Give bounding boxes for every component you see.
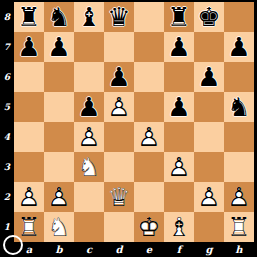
rank-label-8: 8	[0, 2, 14, 32]
black-queen-d8: ♛	[104, 2, 134, 32]
square-c8[interactable]: ♝	[74, 2, 104, 32]
square-c1[interactable]	[74, 212, 104, 242]
white-pawn-b2: ♟♙	[44, 182, 74, 212]
white-pawn-e4: ♟♙	[134, 122, 164, 152]
white-pawn-h2: ♟♙	[224, 182, 254, 212]
square-g8[interactable]: ♚	[194, 2, 224, 32]
square-d6[interactable]: ♟	[104, 62, 134, 92]
square-h3[interactable]	[224, 152, 254, 182]
rank-label-6: 6	[0, 62, 14, 92]
square-f3[interactable]: ♟♙	[164, 152, 194, 182]
square-f5[interactable]: ♟	[164, 92, 194, 122]
white-bishop-f1: ♝♗	[164, 212, 194, 242]
white-knight-c3: ♞♘	[74, 152, 104, 182]
square-g2[interactable]: ♟♙	[194, 182, 224, 212]
black-rook-a8: ♜	[14, 2, 44, 32]
square-h2[interactable]: ♟♙	[224, 182, 254, 212]
white-king-e1: ♚♔	[134, 212, 164, 242]
white-to-move-indicator	[3, 235, 23, 255]
square-b4[interactable]	[44, 122, 74, 152]
square-d5[interactable]: ♟♙	[104, 92, 134, 122]
file-labels: abcdefgh	[14, 242, 254, 257]
file-label-d: d	[104, 242, 134, 257]
file-label-h: h	[224, 242, 254, 257]
black-bishop-c8: ♝	[74, 2, 104, 32]
square-f8[interactable]: ♜	[164, 2, 194, 32]
white-pawn-d5: ♟♙	[104, 92, 134, 122]
square-h4[interactable]	[224, 122, 254, 152]
white-knight-b1: ♞♘	[44, 212, 74, 242]
rank-label-4: 4	[0, 122, 14, 152]
square-a5[interactable]	[14, 92, 44, 122]
square-a3[interactable]	[14, 152, 44, 182]
black-pawn-d6: ♟	[104, 62, 134, 92]
square-d1[interactable]	[104, 212, 134, 242]
file-label-b: b	[44, 242, 74, 257]
square-e4[interactable]: ♟♙	[134, 122, 164, 152]
rank-label-5: 5	[0, 92, 14, 122]
square-b8[interactable]: ♞	[44, 2, 74, 32]
square-g7[interactable]	[194, 32, 224, 62]
square-f4[interactable]	[164, 122, 194, 152]
square-f2[interactable]	[164, 182, 194, 212]
white-pawn-a2: ♟♙	[14, 182, 44, 212]
black-pawn-a7: ♟	[14, 32, 44, 62]
black-pawn-g6: ♟	[194, 62, 224, 92]
square-f6[interactable]	[164, 62, 194, 92]
square-a2[interactable]: ♟♙	[14, 182, 44, 212]
square-d3[interactable]	[104, 152, 134, 182]
white-pawn-f3: ♟♙	[164, 152, 194, 182]
square-c6[interactable]	[74, 62, 104, 92]
file-label-e: e	[134, 242, 164, 257]
black-rook-f8: ♜	[164, 2, 194, 32]
square-b6[interactable]	[44, 62, 74, 92]
rank-label-3: 3	[0, 152, 14, 182]
black-knight-h5: ♞	[224, 92, 254, 122]
white-rook-h1: ♜♖	[224, 212, 254, 242]
chess-diagram: 87654321 ♜♞♝♛♜♚♟♟♟♟♟♟♟♟♙♟♞♟♙♟♙♞♘♟♙♟♙♟♙♛♕…	[0, 0, 257, 257]
white-queen-d2: ♛♕	[104, 182, 134, 212]
black-pawn-f7: ♟	[164, 32, 194, 62]
square-d2[interactable]: ♛♕	[104, 182, 134, 212]
square-g3[interactable]	[194, 152, 224, 182]
board-grid: ♜♞♝♛♜♚♟♟♟♟♟♟♟♟♙♟♞♟♙♟♙♞♘♟♙♟♙♟♙♛♕♟♙♟♙♜♖♞♘♚…	[14, 2, 254, 242]
square-g6[interactable]: ♟	[194, 62, 224, 92]
square-e1[interactable]: ♚♔	[134, 212, 164, 242]
square-c4[interactable]: ♟♙	[74, 122, 104, 152]
square-e8[interactable]	[134, 2, 164, 32]
square-a7[interactable]: ♟	[14, 32, 44, 62]
rank-labels: 87654321	[0, 2, 14, 242]
square-c3[interactable]: ♞♘	[74, 152, 104, 182]
square-h1[interactable]: ♜♖	[224, 212, 254, 242]
rank-label-7: 7	[0, 32, 14, 62]
square-e7[interactable]	[134, 32, 164, 62]
black-pawn-c5: ♟	[74, 92, 104, 122]
square-c7[interactable]	[74, 32, 104, 62]
square-g4[interactable]	[194, 122, 224, 152]
square-b3[interactable]	[44, 152, 74, 182]
file-label-f: f	[164, 242, 194, 257]
square-a8[interactable]: ♜	[14, 2, 44, 32]
rank-label-2: 2	[0, 182, 14, 212]
square-a6[interactable]	[14, 62, 44, 92]
square-f1[interactable]: ♝♗	[164, 212, 194, 242]
square-c2[interactable]	[74, 182, 104, 212]
square-d7[interactable]	[104, 32, 134, 62]
square-h8[interactable]	[224, 2, 254, 32]
black-knight-b8: ♞	[44, 2, 74, 32]
square-b7[interactable]: ♟	[44, 32, 74, 62]
square-a4[interactable]	[14, 122, 44, 152]
file-label-g: g	[194, 242, 224, 257]
square-f7[interactable]: ♟	[164, 32, 194, 62]
white-pawn-g2: ♟♙	[194, 182, 224, 212]
square-h7[interactable]: ♟	[224, 32, 254, 62]
square-c5[interactable]: ♟	[74, 92, 104, 122]
square-d8[interactable]: ♛	[104, 2, 134, 32]
white-pawn-c4: ♟♙	[74, 122, 104, 152]
square-g1[interactable]	[194, 212, 224, 242]
black-pawn-h7: ♟	[224, 32, 254, 62]
file-label-c: c	[74, 242, 104, 257]
square-h5[interactable]: ♞	[224, 92, 254, 122]
square-b2[interactable]: ♟♙	[44, 182, 74, 212]
square-b5[interactable]	[44, 92, 74, 122]
square-h6[interactable]	[224, 62, 254, 92]
square-e3[interactable]	[134, 152, 164, 182]
square-e2[interactable]	[134, 182, 164, 212]
square-g5[interactable]	[194, 92, 224, 122]
square-d4[interactable]	[104, 122, 134, 152]
black-king-g8: ♚	[194, 2, 224, 32]
black-pawn-b7: ♟	[44, 32, 74, 62]
black-pawn-f5: ♟	[164, 92, 194, 122]
square-b1[interactable]: ♞♘	[44, 212, 74, 242]
square-e5[interactable]	[134, 92, 164, 122]
square-e6[interactable]	[134, 62, 164, 92]
